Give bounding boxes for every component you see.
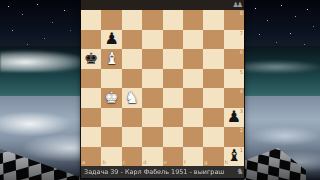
file-label-a: a xyxy=(82,160,85,165)
square-h2[interactable]: 2 xyxy=(224,127,244,147)
file-label-g: g xyxy=(204,160,207,165)
square-e5[interactable] xyxy=(163,69,183,89)
square-a1[interactable]: a xyxy=(81,147,101,167)
square-e6[interactable] xyxy=(163,49,183,69)
rank-label-6: 6 xyxy=(240,50,243,55)
piece-bp-b7[interactable]: ♟ xyxy=(104,31,118,47)
status-bar: Задача 39 - Карл Фабель 1951 - выиграш ♞ xyxy=(81,166,244,178)
square-a6[interactable]: ♚ xyxy=(81,49,101,69)
piece-wn-c4[interactable]: ♞ xyxy=(125,89,139,105)
square-e4[interactable] xyxy=(163,88,183,108)
square-f7[interactable] xyxy=(183,30,203,50)
piece-wb-b6[interactable]: ♝ xyxy=(104,50,118,66)
file-label-d: d xyxy=(143,160,146,165)
square-d8[interactable] xyxy=(142,10,162,30)
square-a4[interactable] xyxy=(81,88,101,108)
puzzle-caption: Задача 39 - Карл Фабель 1951 - выиграш xyxy=(84,168,224,175)
square-a3[interactable] xyxy=(81,108,101,128)
square-h8[interactable]: 8 xyxy=(224,10,244,30)
wave-foam-left xyxy=(0,50,90,72)
square-h5[interactable]: 5 xyxy=(224,69,244,89)
rank-label-5: 5 xyxy=(240,70,243,75)
square-g6[interactable] xyxy=(203,49,223,69)
square-c1[interactable]: c xyxy=(122,147,142,167)
rank-label-8: 8 xyxy=(240,11,243,16)
square-h7[interactable]: 7 xyxy=(224,30,244,50)
piece-bk-a6[interactable]: ♚ xyxy=(84,50,98,66)
square-a5[interactable] xyxy=(81,69,101,89)
piece-bb-h1[interactable]: ♝ xyxy=(227,148,241,164)
square-b3[interactable] xyxy=(101,108,121,128)
square-f5[interactable] xyxy=(183,69,203,89)
square-f8[interactable] xyxy=(183,10,203,30)
chess-app-window: ♟♟ 8♟7♚♝65♚♞43♟2abcdefg1h♝ Задача 39 - К… xyxy=(81,0,244,178)
square-b1[interactable]: b xyxy=(101,147,121,167)
square-h3[interactable]: 3♟ xyxy=(224,108,244,128)
file-label-f: f xyxy=(184,160,186,165)
square-b6[interactable]: ♝ xyxy=(101,49,121,69)
square-e1[interactable]: e xyxy=(163,147,183,167)
square-c3[interactable] xyxy=(122,108,142,128)
square-d1[interactable]: d xyxy=(142,147,162,167)
square-f1[interactable]: f xyxy=(183,147,203,167)
square-g3[interactable] xyxy=(203,108,223,128)
file-label-b: b xyxy=(102,160,105,165)
square-b2[interactable] xyxy=(101,127,121,147)
piece-bp-h3[interactable]: ♟ xyxy=(227,109,241,125)
square-d6[interactable] xyxy=(142,49,162,69)
square-f2[interactable] xyxy=(183,127,203,147)
square-h4[interactable]: 4 xyxy=(224,88,244,108)
square-h6[interactable]: 6 xyxy=(224,49,244,69)
square-d3[interactable] xyxy=(142,108,162,128)
square-g2[interactable] xyxy=(203,127,223,147)
square-d2[interactable] xyxy=(142,127,162,147)
square-c5[interactable] xyxy=(122,69,142,89)
square-c7[interactable] xyxy=(122,30,142,50)
square-g8[interactable] xyxy=(203,10,223,30)
square-b5[interactable] xyxy=(101,69,121,89)
square-g7[interactable] xyxy=(203,30,223,50)
square-a2[interactable] xyxy=(81,127,101,147)
square-d7[interactable] xyxy=(142,30,162,50)
pawns-icon[interactable]: ♟♟ xyxy=(232,1,241,8)
square-g5[interactable] xyxy=(203,69,223,89)
square-e2[interactable] xyxy=(163,127,183,147)
square-e8[interactable] xyxy=(163,10,183,30)
square-c4[interactable]: ♞ xyxy=(122,88,142,108)
square-g1[interactable]: g xyxy=(203,147,223,167)
square-e7[interactable] xyxy=(163,30,183,50)
square-c8[interactable] xyxy=(122,10,142,30)
square-e3[interactable] xyxy=(163,108,183,128)
knight-icon[interactable]: ♞ xyxy=(236,168,243,176)
rank-label-7: 7 xyxy=(240,31,243,36)
square-f4[interactable] xyxy=(183,88,203,108)
square-d4[interactable] xyxy=(142,88,162,108)
square-h1[interactable]: 1h♝ xyxy=(224,147,244,167)
square-b8[interactable] xyxy=(101,10,121,30)
stars xyxy=(0,0,1,1)
square-b4[interactable]: ♚ xyxy=(101,88,121,108)
square-a7[interactable] xyxy=(81,30,101,50)
rank-label-4: 4 xyxy=(240,89,243,94)
window-topbar: ♟♟ xyxy=(81,0,244,10)
square-b7[interactable]: ♟ xyxy=(101,30,121,50)
file-label-c: c xyxy=(123,160,126,165)
square-d5[interactable] xyxy=(142,69,162,89)
chess-board: 8♟7♚♝65♚♞43♟2abcdefg1h♝ xyxy=(81,10,244,166)
file-label-e: e xyxy=(164,160,167,165)
square-c2[interactable] xyxy=(122,127,142,147)
rank-label-2: 2 xyxy=(240,128,243,133)
square-f3[interactable] xyxy=(183,108,203,128)
square-f6[interactable] xyxy=(183,49,203,69)
square-c6[interactable] xyxy=(122,49,142,69)
square-g4[interactable] xyxy=(203,88,223,108)
wave-foam-right xyxy=(244,60,320,74)
piece-wk-b4[interactable]: ♚ xyxy=(104,89,118,105)
square-a8[interactable] xyxy=(81,10,101,30)
